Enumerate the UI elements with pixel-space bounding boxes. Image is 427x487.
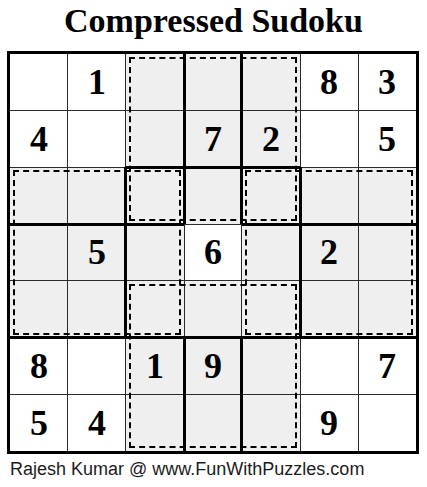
cell-r1c4[interactable] (184, 54, 242, 111)
cell-r3c1[interactable] (10, 167, 68, 224)
cell-r2c6[interactable] (300, 111, 358, 168)
cell-r6c7[interactable]: 7 (358, 338, 416, 395)
cell-r7c4[interactable] (184, 394, 242, 451)
cell-r7c7[interactable] (358, 394, 416, 451)
cell-r2c5[interactable]: 2 (242, 111, 300, 168)
puzzle-page: Compressed Sudoku 18347255628197549 Raje… (0, 0, 427, 487)
cell-r1c5[interactable] (242, 54, 300, 111)
cell-r6c6[interactable] (300, 338, 358, 395)
cell-r2c3[interactable] (126, 111, 184, 168)
cell-r4c5[interactable] (242, 224, 300, 281)
cell-r1c6[interactable]: 8 (300, 54, 358, 111)
cell-r3c3[interactable] (126, 167, 184, 224)
puzzle-title: Compressed Sudoku (0, 2, 427, 40)
cell-r2c1[interactable]: 4 (10, 111, 68, 168)
cell-r4c1[interactable] (10, 224, 68, 281)
cell-r5c1[interactable] (10, 281, 68, 338)
cell-r6c3[interactable]: 1 (126, 338, 184, 395)
cell-r7c2[interactable]: 4 (68, 394, 126, 451)
cell-r1c7[interactable]: 3 (358, 54, 416, 111)
cell-r6c5[interactable] (242, 338, 300, 395)
cell-r2c2[interactable] (68, 111, 126, 168)
cell-r4c2[interactable]: 5 (68, 224, 126, 281)
cell-r1c2[interactable]: 1 (68, 54, 126, 111)
cell-r6c4[interactable]: 9 (184, 338, 242, 395)
cell-r4c6[interactable]: 2 (300, 224, 358, 281)
cell-r1c3[interactable] (126, 54, 184, 111)
cell-r2c4[interactable]: 7 (184, 111, 242, 168)
cell-r3c4[interactable] (184, 167, 242, 224)
cell-r3c5[interactable] (242, 167, 300, 224)
cell-r7c6[interactable]: 9 (300, 394, 358, 451)
cell-r7c1[interactable]: 5 (10, 394, 68, 451)
cell-r5c5[interactable] (242, 281, 300, 338)
cell-r3c6[interactable] (300, 167, 358, 224)
cell-r5c7[interactable] (358, 281, 416, 338)
cell-r6c1[interactable]: 8 (10, 338, 68, 395)
cell-r7c5[interactable] (242, 394, 300, 451)
cell-r5c3[interactable] (126, 281, 184, 338)
sudoku-board: 18347255628197549 (7, 51, 419, 454)
cell-r1c1[interactable] (10, 54, 68, 111)
cell-r7c3[interactable] (126, 394, 184, 451)
cell-r4c7[interactable] (358, 224, 416, 281)
cell-r5c6[interactable] (300, 281, 358, 338)
credit-text: Rajesh Kumar @ www.FunWithPuzzles.com (10, 459, 420, 480)
cell-r6c2[interactable] (68, 338, 126, 395)
cell-r5c4[interactable] (184, 281, 242, 338)
cell-r5c2[interactable] (68, 281, 126, 338)
cell-r4c3[interactable] (126, 224, 184, 281)
cell-grid: 18347255628197549 (10, 54, 416, 451)
cell-r2c7[interactable]: 5 (358, 111, 416, 168)
cell-r4c4[interactable]: 6 (184, 224, 242, 281)
cell-r3c7[interactable] (358, 167, 416, 224)
cell-r3c2[interactable] (68, 167, 126, 224)
